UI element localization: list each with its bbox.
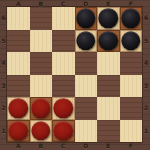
square-d5[interactable] bbox=[75, 30, 98, 53]
square-e1[interactable] bbox=[97, 120, 120, 143]
square-d3[interactable] bbox=[75, 75, 98, 98]
file-label-top-a: A bbox=[7, 0, 30, 7]
piece-red-man[interactable] bbox=[54, 121, 74, 141]
square-c1[interactable] bbox=[52, 120, 75, 143]
piece-red-man[interactable] bbox=[31, 121, 51, 141]
square-a5[interactable] bbox=[7, 30, 30, 53]
square-d2[interactable] bbox=[75, 97, 98, 120]
file-label-top-e: E bbox=[97, 0, 120, 7]
square-f6[interactable] bbox=[120, 7, 143, 30]
piece-black-man[interactable] bbox=[99, 31, 119, 51]
square-d6[interactable] bbox=[75, 7, 98, 30]
square-e4[interactable] bbox=[97, 52, 120, 75]
file-label-bottom-c: C bbox=[52, 142, 75, 150]
square-a1[interactable] bbox=[7, 120, 30, 143]
rank-label-left-1: 1 bbox=[0, 120, 7, 143]
square-b6[interactable] bbox=[30, 7, 53, 30]
square-a2[interactable] bbox=[7, 97, 30, 120]
board-grid bbox=[7, 7, 142, 142]
square-d1[interactable] bbox=[75, 120, 98, 143]
square-f5[interactable] bbox=[120, 30, 143, 53]
rank-label-left-3: 3 bbox=[0, 75, 7, 98]
rank-label-right-1: 1 bbox=[142, 120, 150, 143]
piece-black-man[interactable] bbox=[121, 31, 141, 51]
file-label-top-b: B bbox=[30, 0, 53, 7]
rank-label-right-3: 3 bbox=[142, 75, 150, 98]
square-e5[interactable] bbox=[97, 30, 120, 53]
file-label-bottom-f: F bbox=[120, 142, 143, 150]
square-d4[interactable] bbox=[75, 52, 98, 75]
piece-black-man[interactable] bbox=[76, 9, 96, 29]
square-b3[interactable] bbox=[30, 75, 53, 98]
square-a4[interactable] bbox=[7, 52, 30, 75]
square-e6[interactable] bbox=[97, 7, 120, 30]
piece-red-man[interactable] bbox=[54, 99, 74, 119]
piece-black-man[interactable] bbox=[99, 9, 119, 29]
file-label-top-c: C bbox=[52, 0, 75, 7]
square-b2[interactable] bbox=[30, 97, 53, 120]
rank-label-right-2: 2 bbox=[142, 97, 150, 120]
square-e3[interactable] bbox=[97, 75, 120, 98]
square-b4[interactable] bbox=[30, 52, 53, 75]
file-label-top-f: F bbox=[120, 0, 143, 7]
rank-label-left-4: 4 bbox=[0, 52, 7, 75]
file-label-bottom-d: D bbox=[75, 142, 98, 150]
piece-red-man[interactable] bbox=[31, 99, 51, 119]
square-c6[interactable] bbox=[52, 7, 75, 30]
square-b1[interactable] bbox=[30, 120, 53, 143]
square-c4[interactable] bbox=[52, 52, 75, 75]
piece-black-man[interactable] bbox=[121, 9, 141, 29]
square-f1[interactable] bbox=[120, 120, 143, 143]
rank-label-left-6: 6 bbox=[0, 7, 7, 30]
rank-label-left-2: 2 bbox=[0, 97, 7, 120]
piece-black-man[interactable] bbox=[76, 31, 96, 51]
square-f3[interactable] bbox=[120, 75, 143, 98]
file-label-bottom-b: B bbox=[30, 142, 53, 150]
square-a3[interactable] bbox=[7, 75, 30, 98]
square-e2[interactable] bbox=[97, 97, 120, 120]
rank-label-right-6: 6 bbox=[142, 7, 150, 30]
square-a6[interactable] bbox=[7, 7, 30, 30]
rank-label-left-5: 5 bbox=[0, 30, 7, 53]
file-label-bottom-e: E bbox=[97, 142, 120, 150]
file-label-bottom-a: A bbox=[7, 142, 30, 150]
square-c3[interactable] bbox=[52, 75, 75, 98]
piece-red-man[interactable] bbox=[9, 121, 29, 141]
rank-label-right-4: 4 bbox=[142, 52, 150, 75]
square-f4[interactable] bbox=[120, 52, 143, 75]
checkers-board: AABBCCDDEEFF665544332211 bbox=[0, 0, 150, 150]
file-label-top-d: D bbox=[75, 0, 98, 7]
square-b5[interactable] bbox=[30, 30, 53, 53]
square-c5[interactable] bbox=[52, 30, 75, 53]
piece-red-man[interactable] bbox=[9, 99, 29, 119]
square-f2[interactable] bbox=[120, 97, 143, 120]
rank-label-right-5: 5 bbox=[142, 30, 150, 53]
square-c2[interactable] bbox=[52, 97, 75, 120]
